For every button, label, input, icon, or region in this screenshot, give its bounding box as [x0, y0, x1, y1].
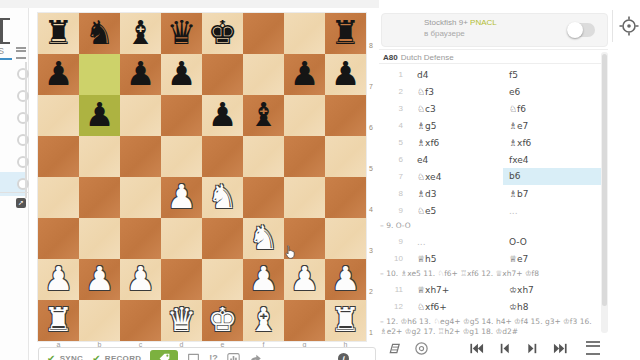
left-sidebar-fragment: S ➚ — [0, 8, 29, 360]
record-check-icon: ✔ — [92, 353, 101, 360]
sidebar-radio-icon[interactable] — [17, 90, 29, 102]
move-row: 1d4f5 — [379, 66, 603, 83]
black-move[interactable]: ♕e7 — [505, 254, 602, 264]
tag-icon — [158, 352, 171, 360]
black-bishop[interactable]: ♝ — [120, 13, 161, 54]
square-h1[interactable]: ♜ — [325, 300, 366, 341]
white-move[interactable]: ♘c3 — [413, 104, 505, 114]
database-icon[interactable] — [414, 341, 429, 356]
black-move[interactable]: ♗xf6 — [505, 138, 602, 148]
opening-name-row[interactable]: A80Dutch Defense — [379, 49, 608, 64]
move-number: 7 — [379, 172, 413, 181]
square-d5[interactable] — [161, 136, 202, 177]
black-pawn[interactable]: ♟ — [38, 54, 79, 95]
square-h4[interactable] — [325, 177, 366, 218]
square-e2[interactable] — [202, 259, 243, 300]
square-d3[interactable] — [161, 218, 202, 259]
black-move[interactable]: f5 — [505, 70, 602, 80]
move-number: 5 — [379, 138, 413, 147]
square-d7[interactable]: ♟ — [161, 54, 202, 95]
square-f8[interactable] — [243, 13, 284, 54]
white-king[interactable]: ♚ — [202, 300, 243, 341]
sidebar-scrollbar[interactable] — [25, 62, 27, 198]
black-move[interactable]: ♗b7 — [505, 189, 602, 199]
white-pawn[interactable]: ♟ — [284, 259, 325, 300]
black-pawn[interactable]: ♟ — [325, 54, 366, 95]
black-move[interactable]: O-O — [505, 237, 602, 247]
move-number: 11 — [379, 285, 413, 294]
white-rook[interactable]: ♜ — [325, 300, 366, 341]
white-pawn[interactable]: ♟ — [79, 259, 120, 300]
first-move-button[interactable] — [469, 341, 484, 356]
square-f4[interactable] — [243, 177, 284, 218]
black-pawn[interactable]: ♟ — [120, 54, 161, 95]
next-move-button[interactable] — [525, 341, 540, 356]
sidebar-radio-icon[interactable] — [17, 134, 29, 146]
white-move[interactable]: ♘xf6+ — [413, 302, 505, 312]
square-b2[interactable]: ♟ — [79, 259, 120, 300]
white-bishop[interactable]: ♝ — [243, 300, 284, 341]
analysis-board-icon[interactable] — [387, 341, 402, 356]
square-e5[interactable] — [202, 136, 243, 177]
square-c8[interactable]: ♝ — [120, 13, 161, 54]
rank-label-1: 1 — [369, 329, 379, 336]
square-d4[interactable]: ♟ — [161, 177, 202, 218]
white-move[interactable]: e4 — [413, 155, 505, 165]
move-row: 4♗g5♗e7 — [379, 117, 603, 134]
square-b6[interactable]: ♟ — [79, 95, 120, 136]
panel-vertical-divider — [612, 10, 613, 42]
square-b7[interactable] — [79, 54, 120, 95]
black-knight[interactable]: ♞ — [79, 13, 120, 54]
square-b3[interactable] — [79, 218, 120, 259]
square-f6[interactable]: ♝ — [243, 95, 284, 136]
move-row: 9...O-O — [379, 233, 603, 250]
white-pawn[interactable]: ♟ — [243, 259, 284, 300]
rank-label-2: 2 — [369, 288, 379, 295]
rank-label-7: 7 — [369, 83, 379, 90]
square-c4[interactable] — [120, 177, 161, 218]
active-tab-underline — [0, 58, 12, 60]
white-move[interactable]: ♕h5 — [413, 254, 505, 264]
share-icon[interactable] — [249, 352, 262, 360]
white-rook[interactable]: ♜ — [38, 300, 79, 341]
white-move[interactable]: ♘e5 — [413, 206, 505, 216]
external-link-icon[interactable]: ➚ — [16, 198, 26, 208]
movelist-scrollbar[interactable] — [601, 52, 608, 333]
square-e3[interactable] — [202, 218, 243, 259]
square-h3[interactable] — [325, 218, 366, 259]
record-button[interactable]: ✔ RECORD — [92, 353, 141, 360]
black-pawn[interactable]: ♟ — [284, 54, 325, 95]
move-number: 1 — [379, 70, 413, 79]
sync-check-icon: ✔ — [47, 353, 56, 360]
white-pawn[interactable]: ♟ — [38, 259, 79, 300]
record-label: RECORD — [105, 354, 141, 360]
square-g7[interactable]: ♟ — [284, 54, 325, 95]
black-rook[interactable]: ♜ — [38, 13, 79, 54]
square-h2[interactable]: ♟ — [325, 259, 366, 300]
square-g4[interactable] — [284, 177, 325, 218]
white-move[interactable]: ♕xh7+ — [413, 285, 505, 295]
move-row: 7♘xe4b6 — [379, 168, 603, 185]
square-d6[interactable] — [161, 95, 202, 136]
chart-icon[interactable] — [227, 352, 240, 360]
square-e1[interactable]: ♚ — [202, 300, 243, 341]
white-knight[interactable]: ♞ — [202, 177, 243, 218]
white-queen[interactable]: ♛ — [161, 300, 202, 341]
rank-label-6: 6 — [369, 124, 379, 131]
square-e4[interactable]: ♞ — [202, 177, 243, 218]
square-f5[interactable] — [243, 136, 284, 177]
info-icon[interactable]: i — [338, 353, 349, 360]
square-a8[interactable]: ♜ — [38, 13, 79, 54]
move-number: 8 — [379, 189, 413, 198]
square-b4[interactable] — [79, 177, 120, 218]
square-c5[interactable] — [120, 136, 161, 177]
variation-line[interactable]: – 9. O-O — [379, 219, 603, 233]
move-list: 1d4f52♘f3e63♘c3♘f64♗g5♗e75♗xf6♗xf66e4fxe… — [379, 66, 603, 339]
move-number: 9 — [379, 237, 413, 246]
rank-label-8: 8 — [369, 42, 379, 49]
white-pawn[interactable]: ♟ — [120, 259, 161, 300]
square-b5[interactable] — [79, 136, 120, 177]
move-row: 3♘c3♘f6 — [379, 100, 603, 117]
white-move[interactable]: ♘f3 — [413, 87, 505, 97]
sidebar-radio-icon[interactable] — [17, 156, 29, 168]
chess-board[interactable]: ♜♞♝♛♚♜♟♟♟♟♟♟♟♝♟♞♞♟♟♟♟♟♟♜♛♚♝♜ — [38, 13, 366, 341]
square-a4[interactable] — [38, 177, 79, 218]
white-move[interactable]: ... — [413, 237, 505, 247]
square-f7[interactable] — [243, 54, 284, 95]
opening-eco: A80 — [383, 53, 398, 62]
variation-line[interactable]: – 10. ♗xe5 11. ♘f6+ ♖xf6 12. ♕xh7+ ♔f8 — [379, 267, 603, 281]
white-pawn[interactable]: ♟ — [161, 177, 202, 218]
move-row: 10♕h5♕e7 — [379, 250, 603, 267]
comment-icon[interactable] — [187, 352, 200, 360]
white-move[interactable]: ♘xe4 — [413, 172, 505, 182]
scrollbar-thumb[interactable] — [602, 54, 607, 306]
analysis-panel: Stockfish 9+ PNACL в браузере A80Dutch D… — [379, 0, 640, 360]
square-a6[interactable] — [38, 95, 79, 136]
white-move[interactable]: ♗d3 — [413, 189, 505, 199]
square-d8[interactable]: ♛ — [161, 13, 202, 54]
square-c2[interactable]: ♟ — [120, 259, 161, 300]
black-pawn[interactable]: ♟ — [161, 54, 202, 95]
move-number: 3 — [379, 104, 413, 113]
black-move[interactable]: e6 — [505, 87, 602, 97]
black-bishop[interactable]: ♝ — [243, 95, 284, 136]
opening-name: Dutch Defense — [401, 53, 454, 62]
move-row: 12♘xf6+♔h8 — [379, 298, 603, 315]
black-move[interactable]: ♔h8 — [505, 302, 602, 312]
black-move[interactable]: fxe4 — [505, 155, 602, 165]
square-g5[interactable] — [284, 136, 325, 177]
square-a7[interactable]: ♟ — [38, 54, 79, 95]
square-e8[interactable]: ♚ — [202, 13, 243, 54]
square-c7[interactable]: ♟ — [120, 54, 161, 95]
square-f2[interactable]: ♟ — [243, 259, 284, 300]
square-e7[interactable] — [202, 54, 243, 95]
board-focus-button[interactable] — [618, 15, 640, 37]
rank-label-4: 4 — [369, 206, 379, 213]
annotation-icon[interactable]: !? — [209, 353, 218, 360]
move-row: 5♗xf6♗xf6 — [379, 134, 603, 151]
square-c6[interactable] — [120, 95, 161, 136]
square-b1[interactable] — [79, 300, 120, 341]
black-move[interactable]: b6 — [503, 168, 602, 185]
engine-tech-badge: PNACL — [470, 18, 497, 27]
prev-move-button[interactable] — [497, 341, 512, 356]
square-c1[interactable] — [120, 300, 161, 341]
square-f3[interactable]: ♞ — [243, 218, 284, 259]
black-pawn[interactable]: ♟ — [79, 95, 120, 136]
white-pawn[interactable]: ♟ — [325, 259, 366, 300]
engine-header: Stockfish 9+ PNACL в браузере — [381, 13, 608, 47]
move-row: 11♕xh7+♔xh7 — [379, 281, 603, 298]
move-row: 2♘f3e6 — [379, 83, 603, 100]
cutoff-logo-fragment — [0, 18, 10, 44]
square-a5[interactable] — [38, 136, 79, 177]
move-number: 10 — [379, 254, 413, 263]
rank-label-5: 5 — [369, 165, 379, 172]
square-a1[interactable]: ♜ — [38, 300, 79, 341]
move-row: 8♗d3♗b7 — [379, 185, 603, 202]
square-h8[interactable]: ♜ — [325, 13, 366, 54]
square-a3[interactable] — [38, 218, 79, 259]
toggle-knob — [567, 22, 583, 38]
mouse-cursor — [282, 243, 297, 261]
square-g1[interactable] — [284, 300, 325, 341]
black-move[interactable]: ♔xh7 — [505, 285, 602, 295]
black-king[interactable]: ♚ — [202, 13, 243, 54]
square-h5[interactable] — [325, 136, 366, 177]
rank-label-3: 3 — [369, 247, 379, 254]
last-move-button[interactable] — [553, 341, 568, 356]
move-row: 6e4fxe4 — [379, 151, 603, 168]
move-row: 9♘e5... — [379, 202, 603, 219]
sidebar-divider — [0, 192, 28, 193]
board-toolbar: ✔ SYNC ✔ RECORD !? i — [38, 347, 376, 360]
square-e6[interactable]: ♟ — [202, 95, 243, 136]
sync-button[interactable]: ✔ SYNC — [47, 353, 83, 360]
white-move[interactable]: ♗xf6 — [413, 138, 505, 148]
black-pawn[interactable]: ♟ — [202, 95, 243, 136]
black-move[interactable]: ♗e7 — [505, 121, 602, 131]
square-f1[interactable]: ♝ — [243, 300, 284, 341]
hamburger-menu-icon[interactable] — [16, 47, 26, 59]
panel-nav-bar — [379, 336, 608, 360]
move-number: 2 — [379, 87, 413, 96]
white-move[interactable]: ♗g5 — [413, 121, 505, 131]
engine-toggle[interactable] — [567, 23, 595, 37]
black-queen[interactable]: ♛ — [161, 13, 202, 54]
square-b8[interactable]: ♞ — [79, 13, 120, 54]
sidebar-tab-label[interactable]: S — [0, 46, 4, 56]
sidebar-radio-icon[interactable] — [17, 178, 29, 190]
white-move[interactable]: d4 — [413, 70, 505, 80]
black-move[interactable]: ... — [505, 206, 602, 216]
sync-label: SYNC — [60, 354, 83, 360]
move-number: 12 — [379, 302, 413, 311]
square-g6[interactable] — [284, 95, 325, 136]
square-h6[interactable] — [325, 95, 366, 136]
move-number: 4 — [379, 121, 413, 130]
square-a2[interactable]: ♟ — [38, 259, 79, 300]
square-c3[interactable] — [120, 218, 161, 259]
sidebar-radio-icon[interactable] — [17, 68, 29, 80]
square-g2[interactable]: ♟ — [284, 259, 325, 300]
square-g8[interactable] — [284, 13, 325, 54]
move-number: 9 — [379, 206, 413, 215]
square-d1[interactable]: ♛ — [161, 300, 202, 341]
square-d2[interactable] — [161, 259, 202, 300]
tag-button[interactable] — [150, 350, 178, 360]
engine-name: Stockfish 9+ — [424, 18, 468, 27]
target-icon — [618, 15, 640, 37]
panel-menu-icon[interactable] — [586, 341, 600, 355]
white-knight[interactable]: ♞ — [243, 218, 284, 259]
move-number: 6 — [379, 155, 413, 164]
black-rook[interactable]: ♜ — [325, 13, 366, 54]
square-h7[interactable]: ♟ — [325, 54, 366, 95]
sidebar-radio-icon[interactable] — [17, 112, 29, 124]
black-move[interactable]: ♘f6 — [505, 104, 602, 114]
